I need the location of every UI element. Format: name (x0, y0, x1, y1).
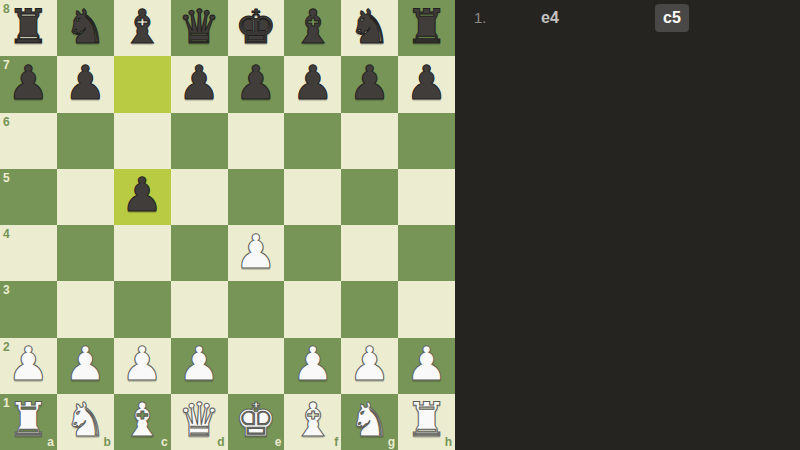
square-b2[interactable]: ♟ (57, 338, 114, 394)
square-f6[interactable] (284, 113, 341, 169)
square-a1[interactable]: 1a♜ (0, 394, 57, 450)
piece-black-pawn-a7[interactable]: ♟ (7, 59, 49, 106)
square-a4[interactable]: 4 (0, 225, 57, 281)
piece-white-rook-h1[interactable]: ♜ (405, 396, 447, 443)
chess-board: 8♜♞♝♛♚♝♞♜7♟♟♟♟♟♟♟65♟4♟32♟♟♟♟♟♟♟1a♜b♞c♝d♛… (0, 0, 455, 450)
file-label-f: f (334, 436, 338, 448)
piece-white-rook-a1[interactable]: ♜ (7, 396, 49, 443)
square-b1[interactable]: b♞ (57, 394, 114, 450)
square-d3[interactable] (171, 281, 228, 337)
square-g6[interactable] (341, 113, 398, 169)
square-h1[interactable]: h♜ (398, 394, 455, 450)
square-a3[interactable]: 3 (0, 281, 57, 337)
piece-white-queen-d1[interactable]: ♛ (178, 396, 220, 443)
piece-black-bishop-f8[interactable]: ♝ (292, 3, 334, 50)
rank-label-6: 6 (3, 116, 10, 128)
square-b7[interactable]: ♟ (57, 56, 114, 112)
square-b3[interactable] (57, 281, 114, 337)
move-row: 1. e4 c5 (455, 0, 800, 35)
square-e1[interactable]: e♚ (228, 394, 285, 450)
square-d1[interactable]: d♛ (171, 394, 228, 450)
piece-black-rook-a8[interactable]: ♜ (7, 3, 49, 50)
square-e8[interactable]: ♚ (228, 0, 285, 56)
piece-white-knight-b1[interactable]: ♞ (64, 396, 106, 443)
square-g5[interactable] (341, 169, 398, 225)
square-h4[interactable] (398, 225, 455, 281)
square-d5[interactable] (171, 169, 228, 225)
square-c3[interactable] (114, 281, 171, 337)
piece-white-pawn-a2[interactable]: ♟ (7, 340, 49, 387)
piece-black-bishop-c8[interactable]: ♝ (121, 3, 163, 50)
piece-black-pawn-f7[interactable]: ♟ (292, 59, 334, 106)
piece-white-pawn-g2[interactable]: ♟ (349, 340, 391, 387)
piece-white-knight-g1[interactable]: ♞ (349, 396, 391, 443)
rank-label-3: 3 (3, 284, 10, 296)
square-g8[interactable]: ♞ (341, 0, 398, 56)
square-d8[interactable]: ♛ (171, 0, 228, 56)
square-f4[interactable] (284, 225, 341, 281)
square-f2[interactable]: ♟ (284, 338, 341, 394)
square-g1[interactable]: g♞ (341, 394, 398, 450)
square-c5[interactable]: ♟ (114, 169, 171, 225)
piece-black-knight-g8[interactable]: ♞ (349, 3, 391, 50)
square-d2[interactable]: ♟ (171, 338, 228, 394)
square-b8[interactable]: ♞ (57, 0, 114, 56)
square-c6[interactable] (114, 113, 171, 169)
black-move-slot: c5 (655, 4, 777, 32)
square-c2[interactable]: ♟ (114, 338, 171, 394)
square-c4[interactable] (114, 225, 171, 281)
square-g3[interactable] (341, 281, 398, 337)
piece-white-pawn-d2[interactable]: ♟ (178, 340, 220, 387)
piece-black-pawn-e7[interactable]: ♟ (235, 59, 277, 106)
piece-white-pawn-h2[interactable]: ♟ (405, 340, 447, 387)
piece-white-bishop-f1[interactable]: ♝ (292, 396, 334, 443)
square-f1[interactable]: f♝ (284, 394, 341, 450)
square-h7[interactable]: ♟ (398, 56, 455, 112)
square-a2[interactable]: 2♟ (0, 338, 57, 394)
square-b6[interactable] (57, 113, 114, 169)
piece-black-pawn-g7[interactable]: ♟ (349, 59, 391, 106)
white-move-slot: e4 (533, 4, 655, 32)
square-g4[interactable] (341, 225, 398, 281)
square-g2[interactable]: ♟ (341, 338, 398, 394)
piece-white-bishop-c1[interactable]: ♝ (121, 396, 163, 443)
square-e6[interactable] (228, 113, 285, 169)
square-c7[interactable] (114, 56, 171, 112)
square-c8[interactable]: ♝ (114, 0, 171, 56)
square-e5[interactable] (228, 169, 285, 225)
square-g7[interactable]: ♟ (341, 56, 398, 112)
square-h8[interactable]: ♜ (398, 0, 455, 56)
piece-white-pawn-f2[interactable]: ♟ (292, 340, 334, 387)
move-black-c5-selected[interactable]: c5 (655, 4, 689, 32)
move-list-panel: 1. e4 c5 (455, 0, 800, 450)
square-e4[interactable]: ♟ (228, 225, 285, 281)
piece-black-pawn-c5[interactable]: ♟ (121, 171, 163, 218)
square-a5[interactable]: 5 (0, 169, 57, 225)
rank-label-5: 5 (3, 172, 10, 184)
move-white-e4[interactable]: e4 (533, 4, 567, 32)
piece-black-king-e8[interactable]: ♚ (235, 3, 277, 50)
square-e2[interactable] (228, 338, 285, 394)
square-a8[interactable]: 8♜ (0, 0, 57, 56)
piece-black-rook-h8[interactable]: ♜ (405, 3, 447, 50)
square-h6[interactable] (398, 113, 455, 169)
piece-black-queen-d8[interactable]: ♛ (178, 3, 220, 50)
square-a7[interactable]: 7♟ (0, 56, 57, 112)
piece-white-pawn-b2[interactable]: ♟ (64, 340, 106, 387)
square-h2[interactable]: ♟ (398, 338, 455, 394)
piece-black-pawn-b7[interactable]: ♟ (64, 59, 106, 106)
square-e3[interactable] (228, 281, 285, 337)
piece-black-pawn-h7[interactable]: ♟ (405, 59, 447, 106)
piece-white-pawn-c2[interactable]: ♟ (121, 340, 163, 387)
square-f5[interactable] (284, 169, 341, 225)
move-number: 1. (474, 9, 533, 26)
rank-label-4: 4 (3, 228, 10, 240)
square-a6[interactable]: 6 (0, 113, 57, 169)
piece-white-king-e1[interactable]: ♚ (235, 396, 277, 443)
square-b4[interactable] (57, 225, 114, 281)
chess-app: 8♜♞♝♛♚♝♞♜7♟♟♟♟♟♟♟65♟4♟32♟♟♟♟♟♟♟1a♜b♞c♝d♛… (0, 0, 800, 450)
square-f3[interactable] (284, 281, 341, 337)
piece-black-knight-b8[interactable]: ♞ (64, 3, 106, 50)
square-d6[interactable] (171, 113, 228, 169)
square-b5[interactable] (57, 169, 114, 225)
square-c1[interactable]: c♝ (114, 394, 171, 450)
square-d7[interactable]: ♟ (171, 56, 228, 112)
piece-white-pawn-e4[interactable]: ♟ (235, 228, 277, 275)
square-e7[interactable]: ♟ (228, 56, 285, 112)
piece-black-pawn-d7[interactable]: ♟ (178, 59, 220, 106)
square-f7[interactable]: ♟ (284, 56, 341, 112)
square-h5[interactable] (398, 169, 455, 225)
square-h3[interactable] (398, 281, 455, 337)
square-f8[interactable]: ♝ (284, 0, 341, 56)
square-d4[interactable] (171, 225, 228, 281)
